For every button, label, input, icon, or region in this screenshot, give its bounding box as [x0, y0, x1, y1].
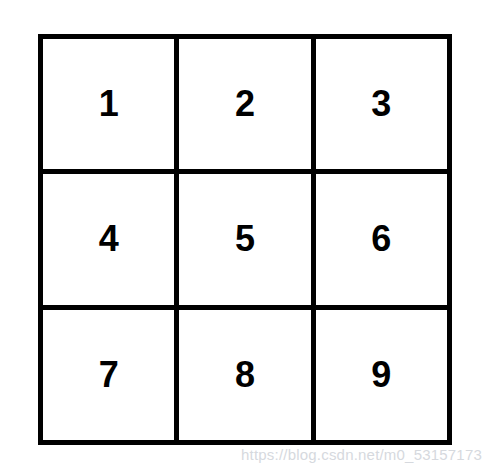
grid-cell-9: 9 — [316, 310, 447, 440]
grid-cell-3: 3 — [316, 39, 447, 169]
grid-cell-2: 2 — [179, 39, 310, 169]
grid-cell-5: 5 — [179, 174, 310, 304]
grid-cell-8: 8 — [179, 310, 310, 440]
screenshot-canvas: 1 2 3 4 5 6 7 8 9 https://blog.csdn.net/… — [0, 0, 487, 472]
grid-cell-6: 6 — [316, 174, 447, 304]
csdn-watermark-text: https://blog.csdn.net/m0_53157173 — [241, 446, 482, 463]
grid-cell-1: 1 — [43, 39, 174, 169]
number-grid-board: 1 2 3 4 5 6 7 8 9 — [38, 34, 452, 445]
grid-cell-4: 4 — [43, 174, 174, 304]
grid-cell-7: 7 — [43, 310, 174, 440]
